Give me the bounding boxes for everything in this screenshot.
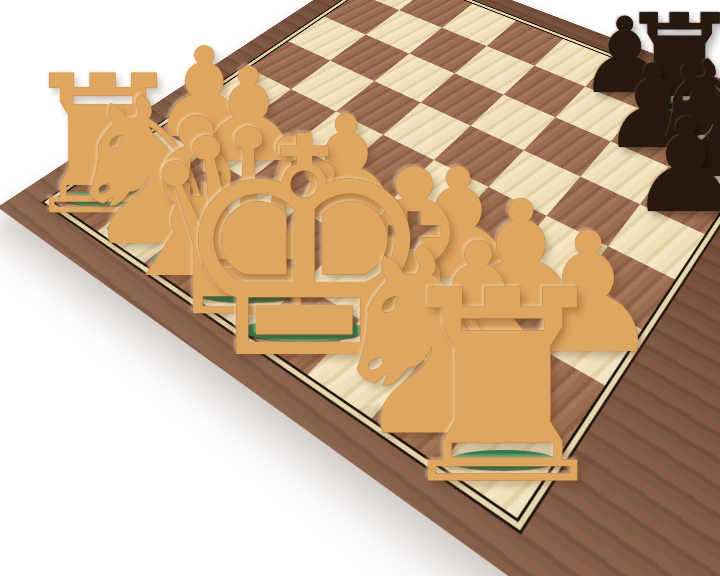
board-squares-grid — [53, 0, 720, 518]
chess-set-photo: ♜♞♝♛♚♝♞♜♟♟♟♟♟♟♟♟♜♟♞♟ — [0, 0, 720, 576]
board-playing-area — [53, 0, 720, 518]
chess-board — [0, 0, 720, 576]
